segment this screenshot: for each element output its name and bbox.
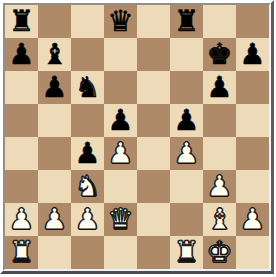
board-frame-bevel: ♜♛♜♟♝♚♟♟♞♟♟♟♟♟♟♞♟♟♟♟♛♝♟♜♜♚ bbox=[3, 3, 271, 271]
square-a3[interactable] bbox=[5, 170, 38, 203]
square-f8[interactable]: ♜ bbox=[170, 5, 203, 38]
square-h3[interactable] bbox=[236, 170, 269, 203]
square-c4[interactable]: ♟ bbox=[71, 137, 104, 170]
square-b1[interactable] bbox=[38, 236, 71, 269]
black-rook-icon: ♜ bbox=[5, 5, 38, 38]
square-g3[interactable]: ♟ bbox=[203, 170, 236, 203]
black-pawn-icon: ♟ bbox=[38, 71, 71, 104]
square-g7[interactable]: ♚ bbox=[203, 38, 236, 71]
white-queen-icon: ♛ bbox=[104, 203, 137, 236]
square-h5[interactable] bbox=[236, 104, 269, 137]
white-knight-icon: ♞ bbox=[71, 170, 104, 203]
white-rook-icon: ♜ bbox=[5, 236, 38, 269]
square-f3[interactable] bbox=[170, 170, 203, 203]
square-c6[interactable]: ♞ bbox=[71, 71, 104, 104]
black-rook-icon: ♜ bbox=[170, 5, 203, 38]
black-pawn-icon: ♟ bbox=[170, 104, 203, 137]
black-king-icon: ♚ bbox=[203, 38, 236, 71]
square-f4[interactable]: ♟ bbox=[170, 137, 203, 170]
square-b8[interactable] bbox=[38, 5, 71, 38]
white-pawn-icon: ♟ bbox=[5, 203, 38, 236]
square-a5[interactable] bbox=[5, 104, 38, 137]
square-d2[interactable]: ♛ bbox=[104, 203, 137, 236]
white-king-icon: ♚ bbox=[203, 236, 236, 269]
square-f6[interactable] bbox=[170, 71, 203, 104]
square-e2[interactable] bbox=[137, 203, 170, 236]
square-d4[interactable]: ♟ bbox=[104, 137, 137, 170]
square-d7[interactable] bbox=[104, 38, 137, 71]
square-a6[interactable] bbox=[5, 71, 38, 104]
white-pawn-icon: ♟ bbox=[236, 203, 269, 236]
square-f1[interactable]: ♜ bbox=[170, 236, 203, 269]
square-e7[interactable] bbox=[137, 38, 170, 71]
square-g6[interactable]: ♟ bbox=[203, 71, 236, 104]
white-pawn-icon: ♟ bbox=[38, 203, 71, 236]
board-frame: ♜♛♜♟♝♚♟♟♞♟♟♟♟♟♟♞♟♟♟♟♛♝♟♜♜♚ bbox=[0, 0, 274, 274]
white-pawn-icon: ♟ bbox=[203, 170, 236, 203]
square-d5[interactable]: ♟ bbox=[104, 104, 137, 137]
square-b7[interactable]: ♝ bbox=[38, 38, 71, 71]
chess-board: ♜♛♜♟♝♚♟♟♞♟♟♟♟♟♟♞♟♟♟♟♛♝♟♜♜♚ bbox=[5, 5, 269, 269]
square-d3[interactable] bbox=[104, 170, 137, 203]
square-g2[interactable]: ♝ bbox=[203, 203, 236, 236]
black-queen-icon: ♛ bbox=[104, 5, 137, 38]
square-h2[interactable]: ♟ bbox=[236, 203, 269, 236]
square-a8[interactable]: ♜ bbox=[5, 5, 38, 38]
square-e5[interactable] bbox=[137, 104, 170, 137]
white-pawn-icon: ♟ bbox=[170, 137, 203, 170]
black-pawn-icon: ♟ bbox=[5, 38, 38, 71]
square-b3[interactable] bbox=[38, 170, 71, 203]
square-h6[interactable] bbox=[236, 71, 269, 104]
square-c1[interactable] bbox=[71, 236, 104, 269]
square-c7[interactable] bbox=[71, 38, 104, 71]
square-b4[interactable] bbox=[38, 137, 71, 170]
square-e4[interactable] bbox=[137, 137, 170, 170]
square-a7[interactable]: ♟ bbox=[5, 38, 38, 71]
square-a1[interactable]: ♜ bbox=[5, 236, 38, 269]
square-e3[interactable] bbox=[137, 170, 170, 203]
square-h4[interactable] bbox=[236, 137, 269, 170]
square-c8[interactable] bbox=[71, 5, 104, 38]
black-pawn-icon: ♟ bbox=[71, 137, 104, 170]
square-a4[interactable] bbox=[5, 137, 38, 170]
square-d1[interactable] bbox=[104, 236, 137, 269]
square-a2[interactable]: ♟ bbox=[5, 203, 38, 236]
black-bishop-icon: ♝ bbox=[38, 38, 71, 71]
square-e1[interactable] bbox=[137, 236, 170, 269]
black-pawn-icon: ♟ bbox=[104, 104, 137, 137]
square-b6[interactable]: ♟ bbox=[38, 71, 71, 104]
square-g4[interactable] bbox=[203, 137, 236, 170]
square-c3[interactable]: ♞ bbox=[71, 170, 104, 203]
square-e8[interactable] bbox=[137, 5, 170, 38]
black-knight-icon: ♞ bbox=[71, 71, 104, 104]
square-f2[interactable] bbox=[170, 203, 203, 236]
square-c5[interactable] bbox=[71, 104, 104, 137]
black-pawn-icon: ♟ bbox=[236, 38, 269, 71]
square-b5[interactable] bbox=[38, 104, 71, 137]
square-h7[interactable]: ♟ bbox=[236, 38, 269, 71]
square-f5[interactable]: ♟ bbox=[170, 104, 203, 137]
white-bishop-icon: ♝ bbox=[203, 203, 236, 236]
white-pawn-icon: ♟ bbox=[104, 137, 137, 170]
white-pawn-icon: ♟ bbox=[71, 203, 104, 236]
square-d6[interactable] bbox=[104, 71, 137, 104]
square-g1[interactable]: ♚ bbox=[203, 236, 236, 269]
square-e6[interactable] bbox=[137, 71, 170, 104]
square-h8[interactable] bbox=[236, 5, 269, 38]
square-b2[interactable]: ♟ bbox=[38, 203, 71, 236]
white-rook-icon: ♜ bbox=[170, 236, 203, 269]
square-c2[interactable]: ♟ bbox=[71, 203, 104, 236]
square-g8[interactable] bbox=[203, 5, 236, 38]
square-g5[interactable] bbox=[203, 104, 236, 137]
square-h1[interactable] bbox=[236, 236, 269, 269]
black-pawn-icon: ♟ bbox=[203, 71, 236, 104]
square-d8[interactable]: ♛ bbox=[104, 5, 137, 38]
square-f7[interactable] bbox=[170, 38, 203, 71]
